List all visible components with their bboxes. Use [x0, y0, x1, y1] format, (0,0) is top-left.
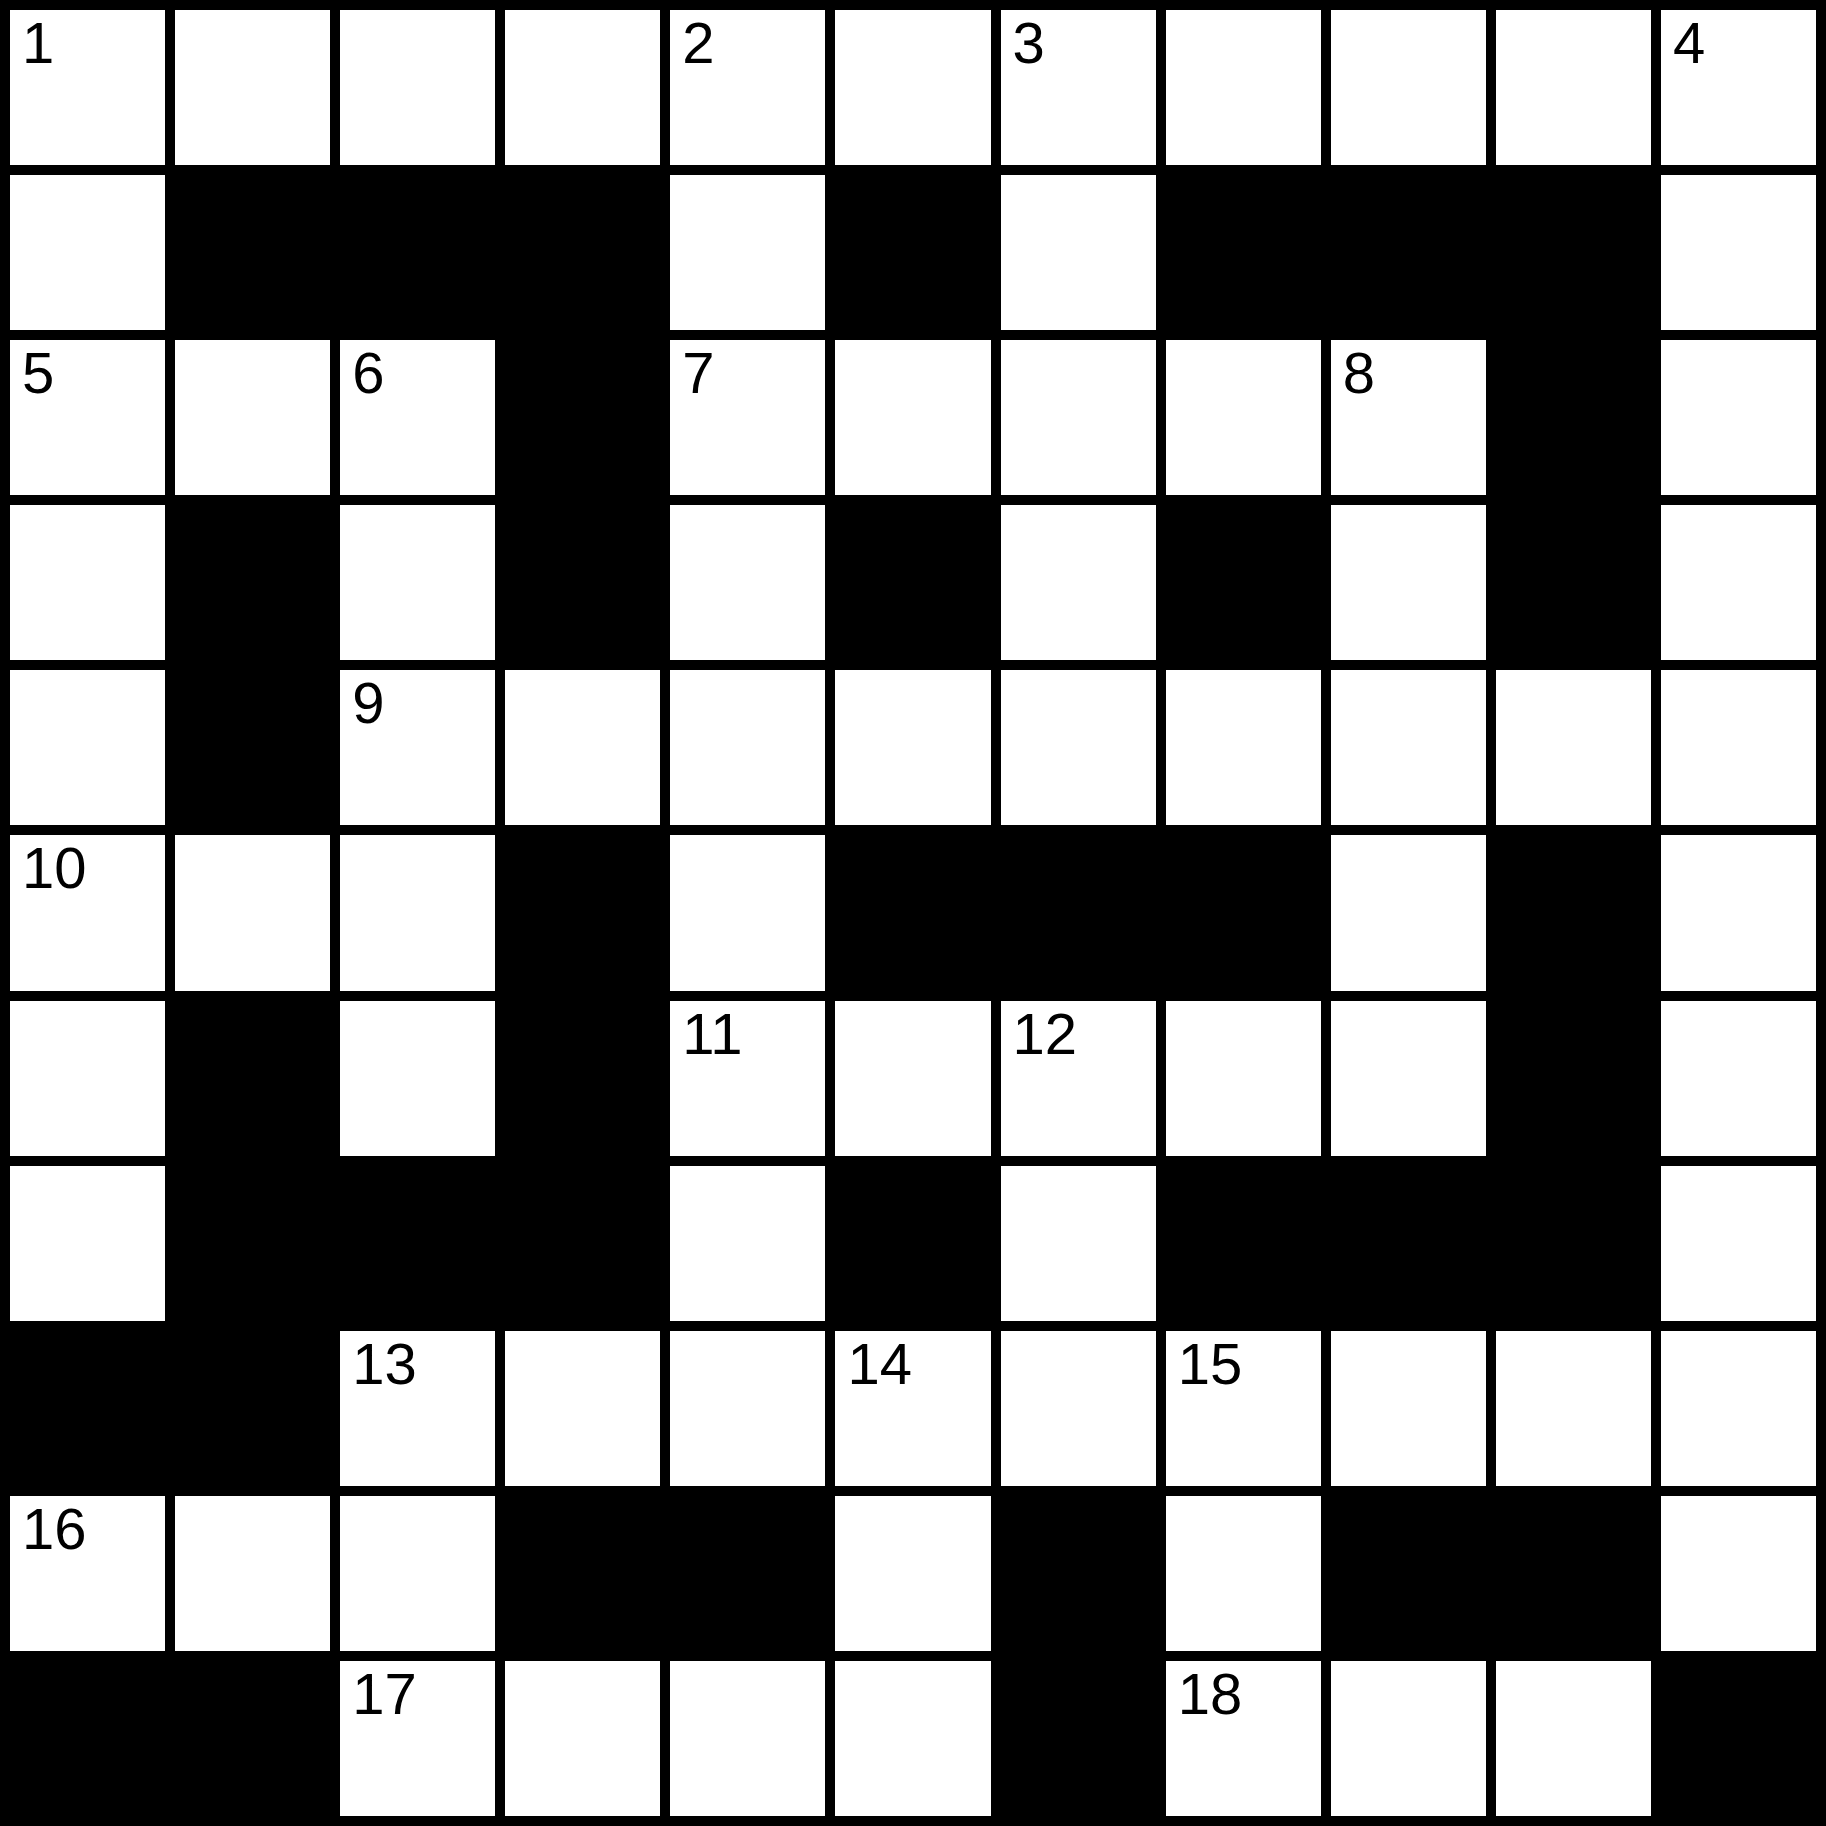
crossword-cell[interactable]: 12 — [1001, 1001, 1156, 1156]
crossword-cell[interactable]: 16 — [10, 1496, 165, 1651]
crossword-cell[interactable] — [1166, 340, 1321, 495]
black-square — [175, 175, 330, 330]
crossword-cell[interactable] — [835, 1496, 990, 1651]
crossword-cell[interactable] — [175, 1496, 330, 1651]
black-square — [1166, 835, 1321, 990]
crossword-board: 123456789101112131415161718 — [0, 0, 1826, 1826]
black-square — [670, 1496, 825, 1651]
crossword-cell[interactable] — [670, 505, 825, 660]
black-square — [505, 1001, 660, 1156]
crossword-cell[interactable] — [10, 1166, 165, 1321]
black-square — [1496, 1166, 1651, 1321]
black-square — [505, 1496, 660, 1651]
black-square — [835, 1166, 990, 1321]
clue-number: 13 — [352, 1335, 417, 1393]
crossword-cell[interactable]: 6 — [340, 340, 495, 495]
black-square — [835, 835, 990, 990]
black-square — [505, 835, 660, 990]
black-square — [1001, 835, 1156, 990]
clue-number: 15 — [1178, 1335, 1243, 1393]
crossword-cell[interactable]: 4 — [1661, 10, 1816, 165]
black-square — [175, 670, 330, 825]
black-square — [1661, 1661, 1816, 1816]
black-square — [1166, 175, 1321, 330]
black-square — [1331, 1166, 1486, 1321]
clue-number: 11 — [682, 1005, 742, 1063]
black-square — [1166, 505, 1321, 660]
crossword-cell[interactable] — [835, 10, 990, 165]
crossword-cell[interactable] — [1496, 10, 1651, 165]
crossword-cell[interactable] — [1661, 670, 1816, 825]
crossword-cell[interactable] — [1331, 10, 1486, 165]
crossword-cell[interactable] — [835, 1661, 990, 1816]
crossword-cell[interactable] — [670, 1661, 825, 1816]
black-square — [175, 1166, 330, 1321]
clue-number: 8 — [1343, 344, 1375, 402]
black-square — [1001, 1496, 1156, 1651]
crossword-cell[interactable]: 1 — [10, 10, 165, 165]
black-square — [505, 505, 660, 660]
black-square — [175, 505, 330, 660]
crossword-cell[interactable] — [175, 835, 330, 990]
crossword-cell[interactable] — [175, 340, 330, 495]
crossword-cell[interactable] — [835, 670, 990, 825]
black-square — [505, 175, 660, 330]
crossword-cell[interactable] — [1661, 1496, 1816, 1651]
clue-number: 3 — [1013, 14, 1045, 72]
crossword-cell[interactable] — [1331, 835, 1486, 990]
crossword-cell[interactable]: 10 — [10, 835, 165, 990]
black-square — [1496, 505, 1651, 660]
crossword-cell[interactable] — [1166, 1496, 1321, 1651]
crossword-cell[interactable]: 5 — [10, 340, 165, 495]
crossword-cell[interactable]: 7 — [670, 340, 825, 495]
crossword-cell[interactable] — [10, 670, 165, 825]
black-square — [505, 1166, 660, 1321]
crossword-cell[interactable]: 17 — [340, 1661, 495, 1816]
black-square — [1496, 1001, 1651, 1156]
crossword-cell[interactable] — [10, 175, 165, 330]
crossword-cell[interactable]: 3 — [1001, 10, 1156, 165]
crossword-cell[interactable] — [1331, 1001, 1486, 1156]
clue-number: 1 — [22, 14, 54, 72]
clue-number: 2 — [682, 14, 714, 72]
crossword-cell[interactable] — [1661, 835, 1816, 990]
crossword-cell[interactable]: 18 — [1166, 1661, 1321, 1816]
clue-number: 17 — [352, 1665, 417, 1723]
crossword-cell[interactable] — [175, 10, 330, 165]
crossword-cell[interactable] — [340, 835, 495, 990]
crossword-cell[interactable] — [1331, 670, 1486, 825]
crossword-cell[interactable] — [670, 175, 825, 330]
clue-number: 16 — [22, 1500, 87, 1558]
crossword-cell[interactable]: 11 — [670, 1001, 825, 1156]
black-square — [175, 1001, 330, 1156]
crossword-cell[interactable] — [835, 340, 990, 495]
clue-number: 6 — [352, 344, 384, 402]
crossword-cell[interactable] — [1661, 340, 1816, 495]
black-square — [1331, 1496, 1486, 1651]
crossword-cell[interactable] — [340, 505, 495, 660]
clue-number: 4 — [1673, 14, 1705, 72]
crossword-cell[interactable]: 8 — [1331, 340, 1486, 495]
crossword-cell[interactable] — [1661, 1166, 1816, 1321]
crossword-cell[interactable] — [1001, 505, 1156, 660]
crossword-cell[interactable] — [1496, 1331, 1651, 1486]
crossword-cell[interactable] — [1001, 1331, 1156, 1486]
black-square — [1001, 1661, 1156, 1816]
black-square — [1331, 175, 1486, 330]
clue-number: 14 — [847, 1335, 912, 1393]
black-square — [10, 1331, 165, 1486]
clue-number: 7 — [682, 344, 714, 402]
black-square — [835, 175, 990, 330]
crossword-cell[interactable] — [340, 10, 495, 165]
crossword-cell[interactable] — [10, 1001, 165, 1156]
crossword-cell[interactable] — [1331, 1331, 1486, 1486]
clue-number: 10 — [22, 839, 87, 897]
clue-number: 12 — [1013, 1005, 1078, 1063]
crossword-cell[interactable]: 15 — [1166, 1331, 1321, 1486]
black-square — [1496, 340, 1651, 495]
black-square — [1496, 835, 1651, 990]
crossword-cell[interactable]: 9 — [340, 670, 495, 825]
crossword-cell[interactable] — [1496, 1661, 1651, 1816]
crossword-cell[interactable] — [1166, 670, 1321, 825]
black-square — [340, 1166, 495, 1321]
black-square — [1496, 1496, 1651, 1651]
black-square — [505, 340, 660, 495]
crossword-cell[interactable] — [1331, 505, 1486, 660]
crossword-cell[interactable] — [340, 1001, 495, 1156]
crossword-cell[interactable]: 14 — [835, 1331, 990, 1486]
crossword-cell[interactable] — [1001, 175, 1156, 330]
crossword-cell[interactable] — [1661, 505, 1816, 660]
crossword-cell[interactable] — [10, 505, 165, 660]
black-square — [175, 1331, 330, 1486]
crossword-cell[interactable] — [340, 1496, 495, 1651]
crossword-cell[interactable] — [1661, 1001, 1816, 1156]
crossword-cell[interactable] — [1166, 10, 1321, 165]
crossword-cell[interactable] — [505, 10, 660, 165]
crossword-cell[interactable] — [670, 1166, 825, 1321]
crossword-cell[interactable] — [505, 1331, 660, 1486]
crossword-cell[interactable] — [835, 1001, 990, 1156]
black-square — [1166, 1166, 1321, 1321]
crossword-cell[interactable] — [670, 1331, 825, 1486]
crossword-cell[interactable] — [1001, 670, 1156, 825]
crossword-cell[interactable] — [1166, 1001, 1321, 1156]
black-square — [340, 175, 495, 330]
crossword-cell[interactable] — [1331, 1661, 1486, 1816]
black-square — [835, 505, 990, 660]
crossword-cell[interactable] — [670, 670, 825, 825]
crossword-cell[interactable]: 13 — [340, 1331, 495, 1486]
black-square — [1496, 175, 1651, 330]
crossword-cell[interactable] — [1001, 1166, 1156, 1321]
crossword-cell[interactable] — [1661, 1331, 1816, 1486]
crossword-cell[interactable] — [670, 835, 825, 990]
crossword-cell[interactable] — [505, 1661, 660, 1816]
crossword-cell[interactable] — [1001, 340, 1156, 495]
black-square — [175, 1661, 330, 1816]
black-square — [10, 1661, 165, 1816]
clue-number: 5 — [22, 344, 54, 402]
crossword-cell[interactable]: 2 — [670, 10, 825, 165]
clue-number: 9 — [352, 674, 384, 732]
clue-number: 18 — [1178, 1665, 1243, 1723]
crossword-cell[interactable] — [505, 670, 660, 825]
crossword-cell[interactable] — [1496, 670, 1651, 825]
crossword-cell[interactable] — [1661, 175, 1816, 330]
